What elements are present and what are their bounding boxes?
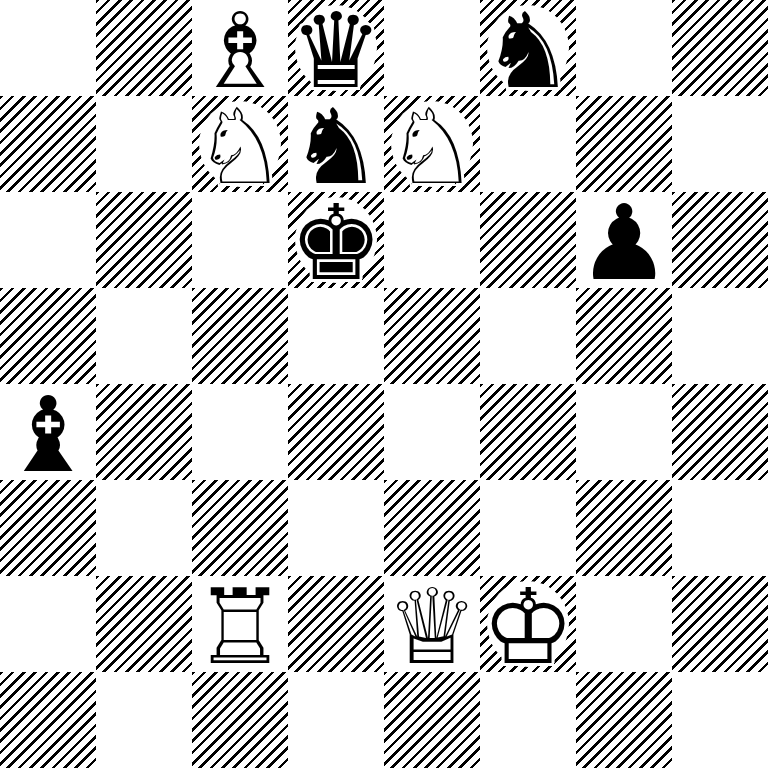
black-king[interactable]: ♚ bbox=[288, 195, 384, 291]
square-f4[interactable] bbox=[480, 384, 576, 480]
black-bishop[interactable]: ♝ bbox=[0, 387, 96, 483]
white-king[interactable]: ♔ bbox=[480, 579, 576, 675]
square-e8[interactable] bbox=[384, 0, 480, 96]
square-c4[interactable] bbox=[192, 384, 288, 480]
square-d2[interactable] bbox=[288, 576, 384, 672]
square-a4[interactable]: ♝ bbox=[0, 384, 96, 480]
square-e5[interactable] bbox=[384, 288, 480, 384]
square-b8[interactable] bbox=[96, 0, 192, 96]
square-h4[interactable] bbox=[672, 384, 768, 480]
square-b7[interactable] bbox=[96, 96, 192, 192]
square-g2[interactable] bbox=[576, 576, 672, 672]
square-f6[interactable] bbox=[480, 192, 576, 288]
square-d3[interactable] bbox=[288, 480, 384, 576]
square-h3[interactable] bbox=[672, 480, 768, 576]
square-g4[interactable] bbox=[576, 384, 672, 480]
square-c5[interactable] bbox=[192, 288, 288, 384]
square-d4[interactable] bbox=[288, 384, 384, 480]
white-rook[interactable]: ♖ bbox=[192, 579, 288, 675]
square-h1[interactable] bbox=[672, 672, 768, 768]
square-b1[interactable] bbox=[96, 672, 192, 768]
square-b6[interactable] bbox=[96, 192, 192, 288]
square-b2[interactable] bbox=[96, 576, 192, 672]
square-a8[interactable] bbox=[0, 0, 96, 96]
square-g6[interactable]: ♟︎ bbox=[576, 192, 672, 288]
square-h8[interactable] bbox=[672, 0, 768, 96]
square-c7[interactable]: ♘ bbox=[192, 96, 288, 192]
white-knight[interactable]: ♘ bbox=[384, 99, 480, 195]
white-knight[interactable]: ♘ bbox=[192, 99, 288, 195]
square-b4[interactable] bbox=[96, 384, 192, 480]
square-e2[interactable]: ♕ bbox=[384, 576, 480, 672]
black-pawn[interactable]: ♟︎ bbox=[576, 195, 672, 291]
square-b3[interactable] bbox=[96, 480, 192, 576]
square-a5[interactable] bbox=[0, 288, 96, 384]
square-g8[interactable] bbox=[576, 0, 672, 96]
square-d7[interactable]: ♞ bbox=[288, 96, 384, 192]
square-e3[interactable] bbox=[384, 480, 480, 576]
square-a2[interactable] bbox=[0, 576, 96, 672]
square-h2[interactable] bbox=[672, 576, 768, 672]
square-d6[interactable]: ♚ bbox=[288, 192, 384, 288]
square-g7[interactable] bbox=[576, 96, 672, 192]
square-d8[interactable]: ♛ bbox=[288, 0, 384, 96]
square-h7[interactable] bbox=[672, 96, 768, 192]
chess-board: ♗♛♞♘♞♘♚♟︎♝♖♕♔ bbox=[0, 0, 768, 768]
square-b5[interactable] bbox=[96, 288, 192, 384]
black-knight[interactable]: ♞ bbox=[288, 99, 384, 195]
square-a7[interactable] bbox=[0, 96, 96, 192]
square-f3[interactable] bbox=[480, 480, 576, 576]
square-c8[interactable]: ♗ bbox=[192, 0, 288, 96]
square-a6[interactable] bbox=[0, 192, 96, 288]
square-a1[interactable] bbox=[0, 672, 96, 768]
square-h6[interactable] bbox=[672, 192, 768, 288]
square-f5[interactable] bbox=[480, 288, 576, 384]
black-queen[interactable]: ♛ bbox=[288, 3, 384, 99]
square-h5[interactable] bbox=[672, 288, 768, 384]
square-e4[interactable] bbox=[384, 384, 480, 480]
white-bishop[interactable]: ♗ bbox=[192, 3, 288, 99]
square-f8[interactable]: ♞ bbox=[480, 0, 576, 96]
square-c2[interactable]: ♖ bbox=[192, 576, 288, 672]
white-queen[interactable]: ♕ bbox=[384, 579, 480, 675]
square-g3[interactable] bbox=[576, 480, 672, 576]
square-f2[interactable]: ♔ bbox=[480, 576, 576, 672]
square-c3[interactable] bbox=[192, 480, 288, 576]
square-g1[interactable] bbox=[576, 672, 672, 768]
black-knight[interactable]: ♞ bbox=[480, 3, 576, 99]
square-d1[interactable] bbox=[288, 672, 384, 768]
square-e7[interactable]: ♘ bbox=[384, 96, 480, 192]
